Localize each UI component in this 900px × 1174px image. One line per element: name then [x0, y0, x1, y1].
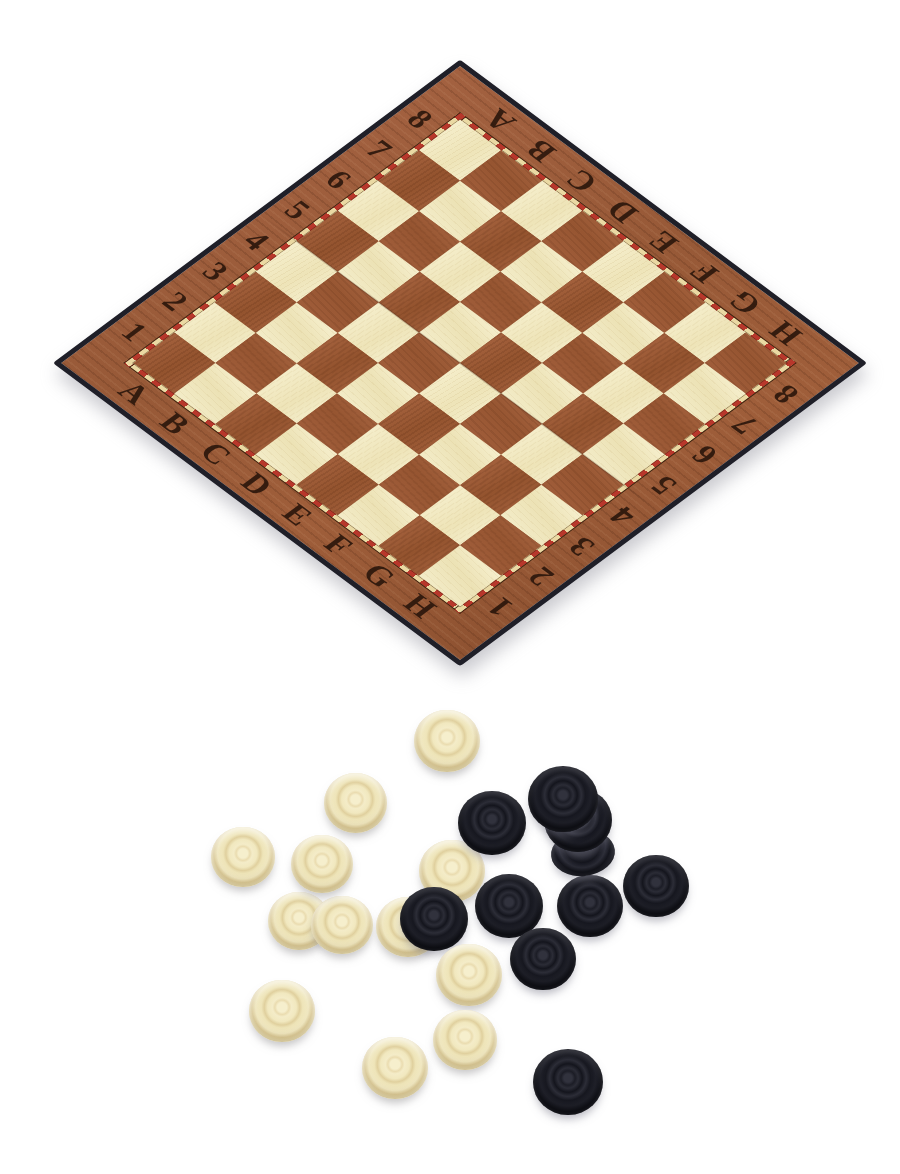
- checker-white[interactable]: [249, 980, 315, 1043]
- checker-white[interactable]: [433, 1010, 497, 1071]
- checker-white[interactable]: [311, 896, 373, 955]
- checker-black[interactable]: [528, 766, 598, 833]
- checker-white[interactable]: [414, 710, 480, 773]
- checker-black[interactable]: [533, 1049, 603, 1116]
- pieces-layer: [0, 0, 900, 1174]
- checker-white[interactable]: [436, 944, 502, 1007]
- checker-white[interactable]: [324, 773, 387, 833]
- checker-black[interactable]: [400, 887, 468, 952]
- checker-black[interactable]: [458, 791, 526, 856]
- checker-black[interactable]: [510, 928, 576, 991]
- checker-white[interactable]: [362, 1037, 428, 1100]
- checker-white[interactable]: [211, 827, 275, 888]
- checker-black[interactable]: [557, 875, 623, 938]
- checker-black[interactable]: [623, 855, 689, 918]
- checker-white[interactable]: [291, 835, 353, 894]
